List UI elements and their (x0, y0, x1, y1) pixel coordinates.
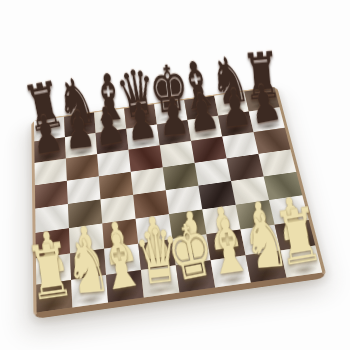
photo-scene: ♜♞♝♛♚♝♞♜♟♟♟♟♟♟♟♟♟♟♟♟♟♟♟♟♜♞♝♛♚♝♞♜ (0, 0, 350, 350)
square-e7[interactable]: ♟ (157, 120, 191, 145)
square-g6[interactable] (222, 132, 258, 158)
square-c5[interactable] (99, 172, 133, 200)
square-a6[interactable] (35, 159, 67, 186)
square-b6[interactable] (66, 154, 99, 181)
square-a7[interactable]: ♟ (34, 137, 66, 163)
square-g5[interactable] (227, 154, 264, 181)
chess-board: ♜♞♝♛♚♝♞♜♟♟♟♟♟♟♟♟♟♟♟♟♟♟♟♟♜♞♝♛♚♝♞♜ (31, 86, 327, 319)
square-d5[interactable] (131, 167, 166, 194)
square-b5[interactable] (67, 176, 101, 204)
board-grid: ♜♞♝♛♚♝♞♜♟♟♟♟♟♟♟♟♟♟♟♟♟♟♟♟♜♞♝♛♚♝♞♜ (34, 87, 322, 312)
square-e5[interactable] (163, 163, 199, 190)
square-f6[interactable] (191, 137, 227, 163)
square-c7[interactable]: ♟ (96, 129, 129, 155)
square-f5[interactable] (195, 158, 231, 185)
square-d6[interactable] (128, 145, 162, 171)
square-h1[interactable]: ♜ (280, 246, 322, 278)
piece-black-pawn[interactable]: ♟ (122, 94, 160, 149)
square-e6[interactable] (160, 141, 195, 167)
